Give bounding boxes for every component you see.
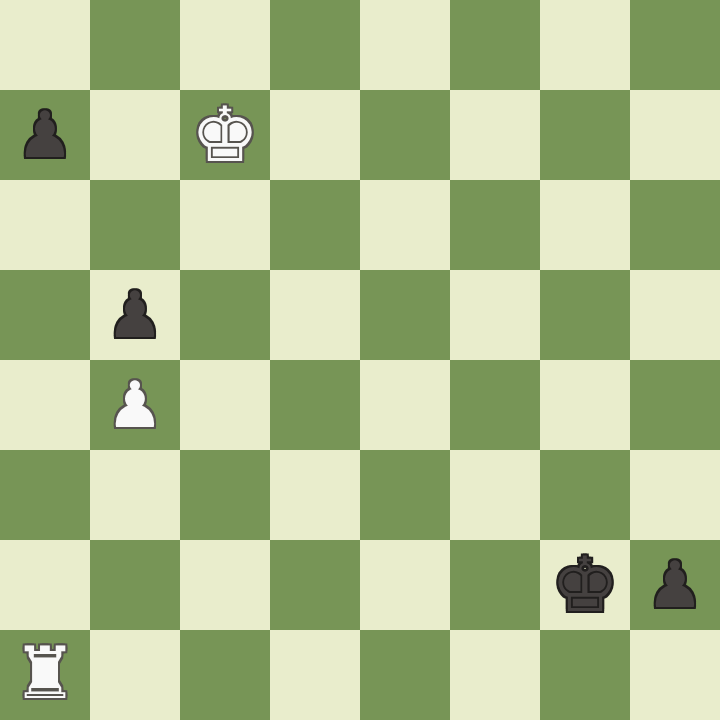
square-b7[interactable] [90, 90, 180, 180]
white-rook[interactable]: ♜ [13, 637, 78, 713]
square-c4[interactable] [180, 360, 270, 450]
square-e5[interactable] [360, 270, 450, 360]
square-h5[interactable] [630, 270, 720, 360]
square-e3[interactable] [360, 450, 450, 540]
square-h6[interactable] [630, 180, 720, 270]
square-f6[interactable] [450, 180, 540, 270]
black-pawn[interactable]: ♟ [16, 103, 73, 167]
white-pawn[interactable]: ♟ [106, 373, 163, 437]
square-c1[interactable] [180, 630, 270, 720]
square-g7[interactable] [540, 90, 630, 180]
square-a2[interactable] [0, 540, 90, 630]
square-e6[interactable] [360, 180, 450, 270]
square-g3[interactable] [540, 450, 630, 540]
square-g2[interactable]: ♚ [540, 540, 630, 630]
square-g4[interactable] [540, 360, 630, 450]
square-b6[interactable] [90, 180, 180, 270]
white-king[interactable]: ♚ [191, 97, 259, 173]
square-d1[interactable] [270, 630, 360, 720]
square-c6[interactable] [180, 180, 270, 270]
square-c7[interactable]: ♚ [180, 90, 270, 180]
square-d4[interactable] [270, 360, 360, 450]
square-a5[interactable] [0, 270, 90, 360]
square-f7[interactable] [450, 90, 540, 180]
square-b4[interactable]: ♟ [90, 360, 180, 450]
square-b2[interactable] [90, 540, 180, 630]
square-c5[interactable] [180, 270, 270, 360]
square-h8[interactable] [630, 0, 720, 90]
square-h4[interactable] [630, 360, 720, 450]
black-pawn[interactable]: ♟ [106, 283, 163, 347]
square-g1[interactable] [540, 630, 630, 720]
square-g5[interactable] [540, 270, 630, 360]
square-f5[interactable] [450, 270, 540, 360]
square-c8[interactable] [180, 0, 270, 90]
square-e8[interactable] [360, 0, 450, 90]
square-h1[interactable] [630, 630, 720, 720]
square-h3[interactable] [630, 450, 720, 540]
square-g8[interactable] [540, 0, 630, 90]
square-a1[interactable]: ♜ [0, 630, 90, 720]
square-e2[interactable] [360, 540, 450, 630]
square-d7[interactable] [270, 90, 360, 180]
square-f2[interactable] [450, 540, 540, 630]
square-a3[interactable] [0, 450, 90, 540]
chess-board-container: ♟♚♟♟♚♟♜ [0, 0, 720, 720]
square-f8[interactable] [450, 0, 540, 90]
square-d2[interactable] [270, 540, 360, 630]
square-g6[interactable] [540, 180, 630, 270]
square-b1[interactable] [90, 630, 180, 720]
square-f3[interactable] [450, 450, 540, 540]
square-c2[interactable] [180, 540, 270, 630]
square-a7[interactable]: ♟ [0, 90, 90, 180]
square-d3[interactable] [270, 450, 360, 540]
square-f4[interactable] [450, 360, 540, 450]
square-b8[interactable] [90, 0, 180, 90]
black-king[interactable]: ♚ [551, 547, 619, 623]
square-e1[interactable] [360, 630, 450, 720]
square-c3[interactable] [180, 450, 270, 540]
square-b3[interactable] [90, 450, 180, 540]
chess-board: ♟♚♟♟♚♟♜ [0, 0, 720, 720]
square-e7[interactable] [360, 90, 450, 180]
square-h2[interactable]: ♟ [630, 540, 720, 630]
square-a4[interactable] [0, 360, 90, 450]
square-b5[interactable]: ♟ [90, 270, 180, 360]
square-a6[interactable] [0, 180, 90, 270]
square-a8[interactable] [0, 0, 90, 90]
square-d6[interactable] [270, 180, 360, 270]
square-d5[interactable] [270, 270, 360, 360]
square-e4[interactable] [360, 360, 450, 450]
black-pawn[interactable]: ♟ [646, 553, 703, 617]
square-f1[interactable] [450, 630, 540, 720]
square-d8[interactable] [270, 0, 360, 90]
square-h7[interactable] [630, 90, 720, 180]
